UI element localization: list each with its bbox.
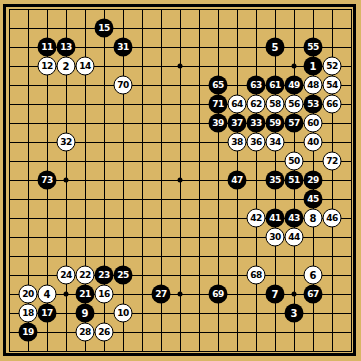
black-stone-59: 59 <box>266 114 285 133</box>
white-stone-46: 46 <box>323 209 342 228</box>
black-stone-43: 43 <box>285 209 304 228</box>
black-stone-49: 49 <box>285 76 304 95</box>
move-number: 18 <box>22 309 33 318</box>
white-stone-68: 68 <box>247 266 266 285</box>
move-number: 9 <box>82 308 89 318</box>
black-stone-33: 33 <box>247 114 266 133</box>
move-number: 10 <box>117 309 128 318</box>
black-stone-71: 71 <box>209 95 228 114</box>
move-number: 20 <box>22 290 33 299</box>
move-number: 46 <box>326 214 337 223</box>
move-number: 44 <box>288 233 299 242</box>
move-number: 25 <box>117 271 128 280</box>
black-stone-17: 17 <box>38 304 57 323</box>
board-grid: 1234567891011121314151617181920212223242… <box>9 9 352 352</box>
move-number: 65 <box>212 81 223 90</box>
black-stone-63: 63 <box>247 76 266 95</box>
white-stone-62: 62 <box>247 95 266 114</box>
white-stone-26: 26 <box>95 323 114 342</box>
black-stone-3: 3 <box>285 304 304 323</box>
star-point <box>178 292 183 297</box>
white-stone-36: 36 <box>247 133 266 152</box>
white-stone-56: 56 <box>285 95 304 114</box>
move-number: 54 <box>326 81 337 90</box>
move-number: 37 <box>231 119 242 128</box>
black-stone-55: 55 <box>304 38 323 57</box>
move-number: 69 <box>212 290 223 299</box>
move-number: 2 <box>63 61 70 71</box>
black-stone-47: 47 <box>228 171 247 190</box>
black-stone-35: 35 <box>266 171 285 190</box>
move-number: 71 <box>212 100 223 109</box>
black-stone-41: 41 <box>266 209 285 228</box>
move-number: 24 <box>60 271 71 280</box>
move-number: 5 <box>272 42 279 52</box>
white-stone-38: 38 <box>228 133 247 152</box>
white-stone-8: 8 <box>304 209 323 228</box>
black-stone-51: 51 <box>285 171 304 190</box>
black-stone-69: 69 <box>209 285 228 304</box>
move-number: 21 <box>79 290 90 299</box>
white-stone-30: 30 <box>266 228 285 247</box>
white-stone-54: 54 <box>323 76 342 95</box>
move-number: 66 <box>326 100 337 109</box>
white-stone-72: 72 <box>323 152 342 171</box>
star-point <box>292 64 297 69</box>
move-number: 48 <box>307 81 318 90</box>
white-stone-12: 12 <box>38 57 57 76</box>
white-stone-44: 44 <box>285 228 304 247</box>
move-number: 63 <box>250 81 261 90</box>
move-number: 8 <box>310 213 317 223</box>
move-number: 22 <box>79 271 90 280</box>
move-number: 33 <box>250 119 261 128</box>
move-number: 12 <box>41 62 52 71</box>
move-number: 64 <box>231 100 242 109</box>
move-number: 26 <box>98 328 109 337</box>
move-number: 56 <box>288 100 299 109</box>
move-number: 53 <box>307 100 318 109</box>
move-number: 29 <box>307 176 318 185</box>
black-stone-29: 29 <box>304 171 323 190</box>
move-number: 4 <box>44 289 51 299</box>
move-number: 42 <box>250 214 261 223</box>
black-stone-67: 67 <box>304 285 323 304</box>
white-stone-52: 52 <box>323 57 342 76</box>
black-stone-73: 73 <box>38 171 57 190</box>
black-stone-37: 37 <box>228 114 247 133</box>
move-number: 59 <box>269 119 280 128</box>
white-stone-14: 14 <box>76 57 95 76</box>
white-stone-22: 22 <box>76 266 95 285</box>
black-stone-19: 19 <box>19 323 38 342</box>
white-stone-4: 4 <box>38 285 57 304</box>
black-stone-45: 45 <box>304 190 323 209</box>
black-stone-39: 39 <box>209 114 228 133</box>
white-stone-64: 64 <box>228 95 247 114</box>
move-number: 70 <box>117 81 128 90</box>
move-number: 35 <box>269 176 280 185</box>
move-number: 38 <box>231 138 242 147</box>
white-stone-16: 16 <box>95 285 114 304</box>
white-stone-6: 6 <box>304 266 323 285</box>
white-stone-20: 20 <box>19 285 38 304</box>
white-stone-28: 28 <box>76 323 95 342</box>
black-stone-15: 15 <box>95 19 114 38</box>
move-number: 17 <box>41 309 52 318</box>
move-number: 40 <box>307 138 318 147</box>
star-point <box>64 292 69 297</box>
move-number: 13 <box>60 43 71 52</box>
move-number: 34 <box>269 138 280 147</box>
star-point <box>178 64 183 69</box>
move-number: 58 <box>269 100 280 109</box>
white-stone-24: 24 <box>57 266 76 285</box>
black-stone-11: 11 <box>38 38 57 57</box>
black-stone-25: 25 <box>114 266 133 285</box>
move-number: 16 <box>98 290 109 299</box>
move-number: 73 <box>41 176 52 185</box>
move-number: 7 <box>272 289 279 299</box>
move-number: 60 <box>307 119 318 128</box>
white-stone-60: 60 <box>304 114 323 133</box>
star-point <box>292 292 297 297</box>
move-number: 50 <box>288 157 299 166</box>
white-stone-34: 34 <box>266 133 285 152</box>
move-number: 15 <box>98 24 109 33</box>
move-number: 55 <box>307 43 318 52</box>
move-number: 51 <box>288 176 299 185</box>
move-number: 36 <box>250 138 261 147</box>
move-number: 57 <box>288 119 299 128</box>
move-number: 39 <box>212 119 223 128</box>
black-stone-1: 1 <box>304 57 323 76</box>
white-stone-2: 2 <box>57 57 76 76</box>
move-number: 67 <box>307 290 318 299</box>
move-number: 19 <box>22 328 33 337</box>
move-number: 6 <box>310 270 317 280</box>
go-board[interactable]: 1234567891011121314151617181920212223242… <box>0 0 361 361</box>
move-number: 3 <box>291 308 298 318</box>
move-number: 27 <box>155 290 166 299</box>
move-number: 11 <box>41 43 52 52</box>
white-stone-18: 18 <box>19 304 38 323</box>
black-stone-65: 65 <box>209 76 228 95</box>
move-number: 23 <box>98 271 109 280</box>
black-stone-27: 27 <box>152 285 171 304</box>
move-number: 14 <box>79 62 90 71</box>
star-point <box>178 178 183 183</box>
black-stone-21: 21 <box>76 285 95 304</box>
move-number: 32 <box>60 138 71 147</box>
move-number: 41 <box>269 214 280 223</box>
move-number: 52 <box>326 62 337 71</box>
black-stone-7: 7 <box>266 285 285 304</box>
black-stone-31: 31 <box>114 38 133 57</box>
black-stone-53: 53 <box>304 95 323 114</box>
white-stone-42: 42 <box>247 209 266 228</box>
move-number: 49 <box>288 81 299 90</box>
black-stone-5: 5 <box>266 38 285 57</box>
black-stone-13: 13 <box>57 38 76 57</box>
move-number: 1 <box>310 61 317 71</box>
black-stone-9: 9 <box>76 304 95 323</box>
move-number: 31 <box>117 43 128 52</box>
white-stone-48: 48 <box>304 76 323 95</box>
move-number: 62 <box>250 100 261 109</box>
white-stone-40: 40 <box>304 133 323 152</box>
star-point <box>64 178 69 183</box>
white-stone-66: 66 <box>323 95 342 114</box>
move-number: 43 <box>288 214 299 223</box>
white-stone-70: 70 <box>114 76 133 95</box>
black-stone-57: 57 <box>285 114 304 133</box>
white-stone-32: 32 <box>57 133 76 152</box>
white-stone-10: 10 <box>114 304 133 323</box>
move-number: 68 <box>250 271 261 280</box>
move-number: 28 <box>79 328 90 337</box>
move-number: 72 <box>326 157 337 166</box>
move-number: 45 <box>307 195 318 204</box>
black-stone-61: 61 <box>266 76 285 95</box>
black-stone-23: 23 <box>95 266 114 285</box>
move-number: 30 <box>269 233 280 242</box>
move-number: 47 <box>231 176 242 185</box>
white-stone-58: 58 <box>266 95 285 114</box>
white-stone-50: 50 <box>285 152 304 171</box>
move-number: 61 <box>269 81 280 90</box>
